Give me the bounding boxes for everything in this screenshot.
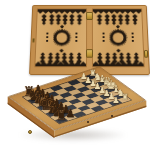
brass-clasp-front-icon	[28, 130, 32, 134]
chessboard-box	[0, 0, 150, 150]
product-photo: ♜♞♝♛♚♝♞♜♟♟♟♟♟♟♟♟♟♟♟♟♟♟♟♟♜♞♝♛♚♝♞♜	[0, 0, 150, 150]
